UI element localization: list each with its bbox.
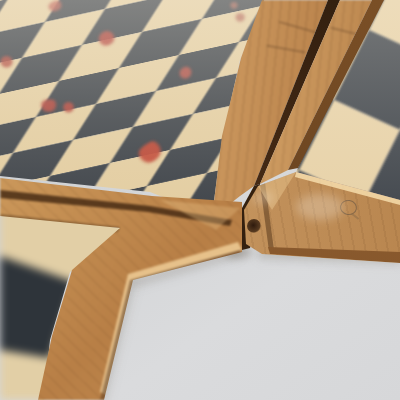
board-square: [361, 300, 400, 400]
board-square: [166, 350, 249, 399]
board-square: [194, 310, 295, 400]
board-square: [260, 340, 361, 400]
board-square: [128, 280, 229, 380]
scratch-mark: [266, 45, 306, 54]
board-square: [326, 370, 400, 400]
board-square: [295, 270, 396, 370]
board-square: [159, 380, 260, 400]
board-square: [226, 337, 309, 386]
board-square: [369, 275, 400, 324]
board-square: [212, 278, 295, 327]
board-square: [300, 383, 383, 400]
board-square: [240, 396, 323, 400]
scratch-mark: [330, 27, 358, 36]
paint-mark: [0, 56, 13, 68]
wood-knot: [247, 219, 261, 233]
scuff-mark: [296, 194, 344, 220]
board-square: [346, 311, 400, 360]
scuff-mark: [252, 192, 274, 204]
board-square: [203, 373, 286, 400]
board-square: [309, 288, 392, 337]
board-square: [383, 334, 400, 383]
photo-checkerboard-closeup: [0, 0, 400, 400]
board-square: [189, 314, 272, 363]
board-square: [249, 301, 332, 350]
paint-mark: [63, 102, 74, 113]
paint-mark: [230, 2, 238, 9]
board-square: [360, 370, 400, 400]
board-square: [143, 386, 226, 400]
board-square: [286, 324, 369, 373]
board-square: [152, 291, 235, 340]
board-square: [129, 327, 212, 376]
board-square: [272, 265, 355, 314]
board-square: [323, 347, 400, 396]
board-square: [263, 360, 346, 400]
board-square: [106, 363, 189, 400]
